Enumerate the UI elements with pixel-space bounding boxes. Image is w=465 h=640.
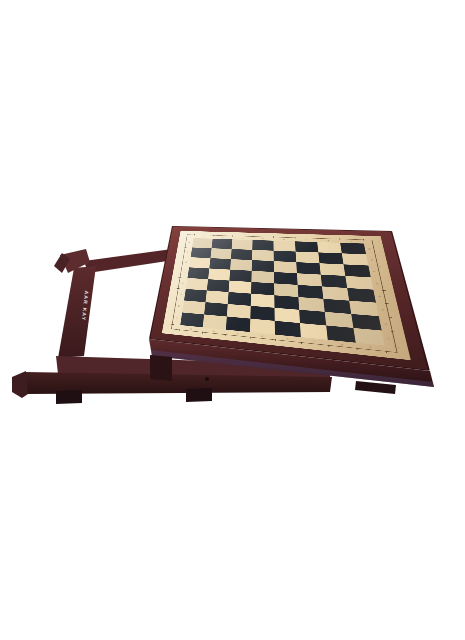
board-field: aa88bb77cc66dd55ee44ff33gg22hh11 [162,231,411,360]
file-label-top: c [232,236,252,240]
file-label-top: e [273,237,295,241]
stand-top-rail [84,249,174,273]
stand-foot [56,390,82,404]
file-label-bottom: a [180,325,203,332]
stand-foot [186,388,212,402]
file-label-top: h [340,239,364,243]
file-label-top: d [253,237,274,241]
rank-label-right: 7 [367,254,378,266]
screw-detail [205,377,209,381]
file-label-bottom: b [202,328,226,335]
under-board-tab [355,381,396,394]
stand-leg [58,266,96,358]
file-label-top: g [317,239,340,243]
file-label-top: a [194,235,213,239]
file-label-top: f [295,238,317,242]
rank-label-right: 1 [383,331,396,347]
rank-label-right: 8 [365,244,375,255]
file-label-top: b [213,235,233,239]
folded-leg-tip [12,371,28,398]
product-photo: aa88bb77cc66dd55ee44ff33gg22hh11 AAR KAY [0,0,465,640]
rank-label-right: 5 [372,277,383,290]
rank-label-right: 4 [374,290,386,304]
hinge-block [150,355,172,381]
rank-label-right: 2 [380,316,392,331]
rank-label-right: 3 [377,303,389,317]
rank-label-right: 6 [369,266,380,278]
